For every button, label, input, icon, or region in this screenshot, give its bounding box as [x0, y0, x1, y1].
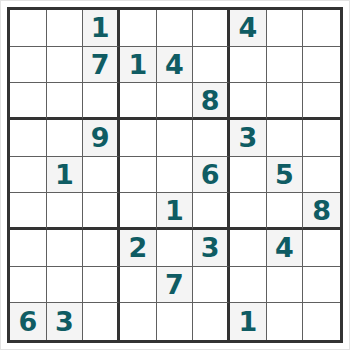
cell-r5c9[interactable]	[303, 157, 340, 194]
cell-r5c6-given-6: 6	[193, 157, 230, 194]
cell-r9c7-given-1: 1	[230, 303, 267, 340]
cell-r5c2-given-1: 1	[47, 157, 84, 194]
cell-r4c3-given-9: 9	[83, 120, 120, 157]
cell-r4c5[interactable]	[157, 120, 194, 157]
cell-r9c6[interactable]	[193, 303, 230, 340]
cell-r3c9[interactable]	[303, 83, 340, 120]
cell-r3c1[interactable]	[10, 83, 47, 120]
cell-r6c9-given-8: 8	[303, 193, 340, 230]
cell-r8c2[interactable]	[47, 267, 84, 304]
cell-r5c7[interactable]	[230, 157, 267, 194]
cell-r1c9[interactable]	[303, 10, 340, 47]
cell-r3c4[interactable]	[120, 83, 157, 120]
cell-r5c5[interactable]	[157, 157, 194, 194]
cell-r9c3[interactable]	[83, 303, 120, 340]
cell-r9c5[interactable]	[157, 303, 194, 340]
cell-r4c7-given-3: 3	[230, 120, 267, 157]
cell-r1c6[interactable]	[193, 10, 230, 47]
cell-r8c8[interactable]	[267, 267, 304, 304]
cell-r1c7-given-4: 4	[230, 10, 267, 47]
cell-r1c1[interactable]	[10, 10, 47, 47]
cell-r4c2[interactable]	[47, 120, 84, 157]
cell-r2c1[interactable]	[10, 47, 47, 84]
cell-r1c8[interactable]	[267, 10, 304, 47]
cell-r9c2-given-3: 3	[47, 303, 84, 340]
cell-r7c1[interactable]	[10, 230, 47, 267]
cell-r2c5-given-4: 4	[157, 47, 194, 84]
cell-r3c6-given-8: 8	[193, 83, 230, 120]
cell-r3c5[interactable]	[157, 83, 194, 120]
cell-r8c3[interactable]	[83, 267, 120, 304]
cell-r7c7[interactable]	[230, 230, 267, 267]
cell-r8c6[interactable]	[193, 267, 230, 304]
cell-r7c4-given-2: 2	[120, 230, 157, 267]
cell-r9c4[interactable]	[120, 303, 157, 340]
cell-r4c4[interactable]	[120, 120, 157, 157]
cell-r1c2[interactable]	[47, 10, 84, 47]
cell-r6c5-given-1: 1	[157, 193, 194, 230]
cell-r5c4[interactable]	[120, 157, 157, 194]
cell-r1c3-given-1: 1	[83, 10, 120, 47]
cell-r8c9[interactable]	[303, 267, 340, 304]
cell-r2c3-given-7: 7	[83, 47, 120, 84]
cell-r5c3[interactable]	[83, 157, 120, 194]
cell-r7c8-given-4: 4	[267, 230, 304, 267]
cell-r2c2[interactable]	[47, 47, 84, 84]
cell-r3c7[interactable]	[230, 83, 267, 120]
cell-r3c2[interactable]	[47, 83, 84, 120]
cell-r6c4[interactable]	[120, 193, 157, 230]
cell-r1c4[interactable]	[120, 10, 157, 47]
cell-r7c5[interactable]	[157, 230, 194, 267]
cell-r2c6[interactable]	[193, 47, 230, 84]
cell-r6c6[interactable]	[193, 193, 230, 230]
cell-r7c6-given-3: 3	[193, 230, 230, 267]
cell-r4c8[interactable]	[267, 120, 304, 157]
cell-r2c4-given-1: 1	[120, 47, 157, 84]
cell-r6c7[interactable]	[230, 193, 267, 230]
cell-r8c4[interactable]	[120, 267, 157, 304]
cell-r4c9[interactable]	[303, 120, 340, 157]
cell-r6c1[interactable]	[10, 193, 47, 230]
sudoku-page: 14714893165182347631	[0, 0, 350, 350]
cell-r7c2[interactable]	[47, 230, 84, 267]
cell-r1c5[interactable]	[157, 10, 194, 47]
cell-r4c1[interactable]	[10, 120, 47, 157]
cell-r2c7[interactable]	[230, 47, 267, 84]
cell-r3c8[interactable]	[267, 83, 304, 120]
cell-r8c1[interactable]	[10, 267, 47, 304]
cell-r8c5-given-7: 7	[157, 267, 194, 304]
cell-r5c1[interactable]	[10, 157, 47, 194]
cell-r8c7[interactable]	[230, 267, 267, 304]
sudoku-board: 14714893165182347631	[7, 7, 343, 343]
cell-r5c8-given-5: 5	[267, 157, 304, 194]
cell-r6c8[interactable]	[267, 193, 304, 230]
cell-r2c8[interactable]	[267, 47, 304, 84]
cell-r7c3[interactable]	[83, 230, 120, 267]
cell-r3c3[interactable]	[83, 83, 120, 120]
cell-r7c9[interactable]	[303, 230, 340, 267]
cell-r6c2[interactable]	[47, 193, 84, 230]
cell-r2c9[interactable]	[303, 47, 340, 84]
cell-r9c8[interactable]	[267, 303, 304, 340]
cell-r9c9[interactable]	[303, 303, 340, 340]
cell-r9c1-given-6: 6	[10, 303, 47, 340]
cell-r4c6[interactable]	[193, 120, 230, 157]
cell-r6c3[interactable]	[83, 193, 120, 230]
